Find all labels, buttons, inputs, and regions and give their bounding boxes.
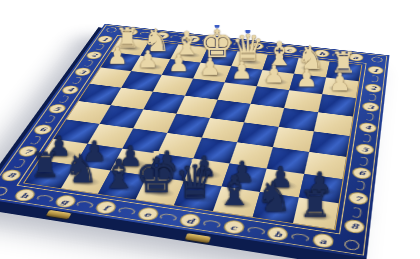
ornament-curl (117, 206, 136, 215)
square-d4 (210, 99, 251, 122)
rank-label-right-5: 5 (357, 143, 374, 154)
ornament-curl (159, 212, 178, 221)
piece-bN: ♞ (63, 149, 98, 188)
square-c8: ♝ (213, 186, 260, 217)
rank-label-left-3: 3 (74, 67, 91, 75)
square-a3 (318, 94, 356, 116)
corner-ornament (0, 186, 10, 197)
crown-accent (153, 149, 159, 155)
ornament-curl (43, 114, 57, 123)
ornament-curl (70, 76, 83, 84)
piece-wP: ♟ (106, 44, 127, 68)
file-label-near-e: e (137, 207, 158, 220)
piece-wP: ♟ (295, 66, 317, 91)
crown-accent (245, 28, 250, 33)
piece-bB: ♝ (215, 169, 252, 211)
square-b8: ♞ (253, 191, 299, 222)
ornament-curl (367, 93, 377, 101)
rank-label-right-6: 6 (353, 167, 370, 179)
piece-wP: ♟ (328, 69, 350, 94)
file-label-near-f: f (95, 201, 116, 214)
file-label-near-h: h (14, 188, 36, 201)
crown-accent (191, 157, 197, 163)
ornament-curl (202, 218, 221, 227)
ornament-curl (364, 112, 374, 121)
brass-clasp-left (46, 209, 72, 218)
ornament-curl (370, 75, 379, 83)
ornament-curl (358, 155, 369, 165)
ornament-curl (82, 59, 94, 66)
square-b2: ♟ (289, 73, 326, 94)
file-label-near-c: c (224, 220, 244, 234)
ornament-curl (246, 225, 265, 235)
ornament-curl (76, 199, 95, 208)
rank-label-right-2: 2 (366, 83, 381, 92)
rank-label-left-2: 2 (86, 51, 103, 59)
piece-wP: ♟ (137, 47, 158, 71)
piece-wP: ♟ (168, 51, 189, 75)
file-label-near-a: a (313, 233, 333, 247)
piece-wP: ♟ (199, 54, 221, 78)
piece-wP: ♟ (263, 62, 285, 86)
ornament-curl (350, 206, 362, 218)
square-e3 (185, 78, 225, 99)
ornament-curl (361, 133, 372, 143)
piece-bB: ♝ (100, 153, 136, 194)
piece-bQ: ♛ (174, 159, 216, 205)
rank-label-left-5: 5 (48, 104, 67, 113)
rank-label-right-8: 8 (345, 219, 364, 233)
crown-accent (214, 23, 219, 28)
ornament-curl (291, 232, 310, 242)
corner-ornament (344, 238, 360, 250)
piece-bK: ♚ (134, 151, 178, 200)
rank-label-left-4: 4 (61, 85, 79, 94)
corner-ornament (371, 56, 383, 63)
chess-board: hgfedcba hgfedcba 12345678 12345678 ♜♞♝♚… (0, 23, 389, 257)
ornament-curl (35, 193, 54, 202)
product-photo-scene: hgfedcba hgfedcba 12345678 12345678 ♜♞♝♚… (0, 0, 420, 259)
file-label-near-d: d (180, 213, 201, 227)
file-label-near-g: g (54, 194, 76, 207)
rank-label-right-3: 3 (363, 102, 378, 111)
brass-clasp-center (185, 233, 211, 243)
ornament-curl (57, 94, 70, 102)
ornament-curl (354, 179, 365, 190)
board-frame: hgfedcba hgfedcba 12345678 12345678 ♜♞♝♚… (0, 23, 389, 257)
piece-bN: ♞ (255, 176, 292, 217)
piece-bR: ♜ (29, 148, 60, 183)
ornament-curl (94, 43, 106, 50)
piece-bR: ♜ (297, 186, 330, 223)
square-e4 (176, 95, 217, 117)
board-grid: ♜♞♝♚♛♝♞♜♟♟♟♟♟♟♟♟♟♟♟♟♟♟♟♟♜♞♝♚♛♝♞♜ (25, 37, 362, 228)
rank-label-right-7: 7 (349, 192, 367, 205)
rank-label-right-1: 1 (368, 66, 382, 74)
rank-label-right-4: 4 (360, 122, 376, 132)
ornament-curl (28, 135, 43, 145)
rank-label-left-8: 8 (0, 169, 22, 181)
file-label-near-b: b (268, 226, 288, 240)
square-a8: ♜ (293, 197, 338, 229)
ornament-curl (12, 157, 27, 168)
piece-wP: ♟ (230, 58, 252, 82)
